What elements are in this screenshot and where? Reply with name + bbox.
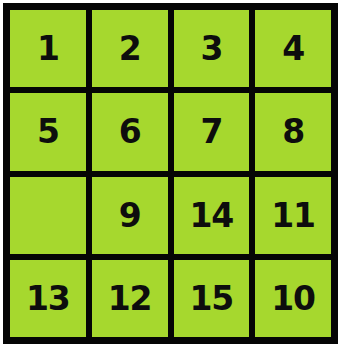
tile-4[interactable]: 4 (255, 10, 331, 87)
fifteen-puzzle-board: 123456789141113121510 (3, 3, 338, 344)
tile-number: 7 (200, 115, 222, 148)
tile-number: 4 (282, 32, 304, 65)
tile-1[interactable]: 1 (10, 10, 86, 87)
tile-number: 14 (189, 199, 233, 232)
tile-9[interactable]: 9 (92, 177, 168, 254)
tile-number: 15 (189, 282, 233, 315)
tile-number: 2 (119, 32, 141, 65)
tile-3[interactable]: 3 (174, 10, 250, 87)
tile-number: 3 (200, 32, 222, 65)
puzzle-stage: 123456789141113121510 (0, 0, 342, 348)
tile-number: 6 (119, 115, 141, 148)
tile-number: 10 (271, 282, 315, 315)
tile-number: 9 (119, 199, 141, 232)
tile-13[interactable]: 13 (10, 260, 86, 337)
tile-number: 11 (271, 199, 315, 232)
tile-number: 12 (108, 282, 152, 315)
tile-number: 13 (26, 282, 70, 315)
tile-8[interactable]: 8 (255, 93, 331, 170)
tile-number: 8 (282, 115, 304, 148)
tile-15[interactable]: 15 (174, 260, 250, 337)
tile-6[interactable]: 6 (92, 93, 168, 170)
tile-10[interactable]: 10 (255, 260, 331, 337)
tile-2[interactable]: 2 (92, 10, 168, 87)
tile-number: 5 (37, 115, 59, 148)
tile-7[interactable]: 7 (174, 93, 250, 170)
tile-5[interactable]: 5 (10, 93, 86, 170)
tile-12[interactable]: 12 (92, 260, 168, 337)
tile-14[interactable]: 14 (174, 177, 250, 254)
empty-cell (10, 177, 86, 254)
tile-number: 1 (37, 32, 59, 65)
tile-11[interactable]: 11 (255, 177, 331, 254)
